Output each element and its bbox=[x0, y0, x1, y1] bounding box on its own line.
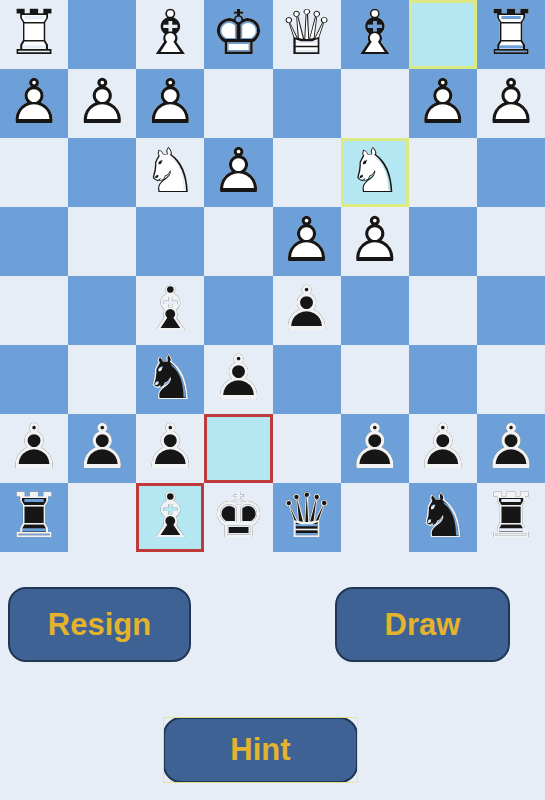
square-a8[interactable]: ♜♖ bbox=[477, 483, 545, 552]
square-c5[interactable] bbox=[341, 276, 409, 345]
square-f1[interactable]: ♝♗ bbox=[136, 0, 204, 69]
black-pawn-piece: ♟♙ bbox=[68, 414, 136, 483]
white-rook-piece: ♜♖ bbox=[477, 0, 545, 69]
square-h1[interactable]: ♜♖ bbox=[0, 0, 68, 69]
black-knight-piece: ♞♘ bbox=[409, 483, 477, 552]
square-d5[interactable]: ♟♙ bbox=[273, 276, 341, 345]
white-knight-piece: ♞♘ bbox=[136, 138, 204, 207]
square-g1[interactable] bbox=[68, 0, 136, 69]
white-pawn-piece: ♟♙ bbox=[68, 69, 136, 138]
square-f5[interactable]: ♝♗ bbox=[136, 276, 204, 345]
black-pawn-piece: ♟♙ bbox=[409, 414, 477, 483]
white-pawn-piece: ♟♙ bbox=[136, 69, 204, 138]
square-c7[interactable]: ♟♙ bbox=[341, 414, 409, 483]
square-f2[interactable]: ♟♙ bbox=[136, 69, 204, 138]
square-h2[interactable]: ♟♙ bbox=[0, 69, 68, 138]
black-knight-piece: ♞♘ bbox=[136, 345, 204, 414]
black-pawn-piece: ♟♙ bbox=[136, 414, 204, 483]
square-d4[interactable]: ♟♙ bbox=[273, 207, 341, 276]
square-c6[interactable] bbox=[341, 345, 409, 414]
white-king-piece: ♚♔ bbox=[204, 0, 272, 69]
square-f8[interactable]: ♝♗ bbox=[136, 483, 204, 552]
square-b8[interactable]: ♞♘ bbox=[409, 483, 477, 552]
square-c1[interactable]: ♝♗ bbox=[341, 0, 409, 69]
square-f6[interactable]: ♞♘ bbox=[136, 345, 204, 414]
square-b7[interactable]: ♟♙ bbox=[409, 414, 477, 483]
square-h4[interactable] bbox=[0, 207, 68, 276]
square-a6[interactable] bbox=[477, 345, 545, 414]
square-g5[interactable] bbox=[68, 276, 136, 345]
square-g2[interactable]: ♟♙ bbox=[68, 69, 136, 138]
square-a1[interactable]: ♜♖ bbox=[477, 0, 545, 69]
white-pawn-piece: ♟♙ bbox=[0, 69, 68, 138]
white-pawn-piece: ♟♙ bbox=[409, 69, 477, 138]
square-h5[interactable] bbox=[0, 276, 68, 345]
resign-button[interactable]: Resign bbox=[8, 587, 191, 662]
square-c2[interactable] bbox=[341, 69, 409, 138]
square-g6[interactable] bbox=[68, 345, 136, 414]
square-d6[interactable] bbox=[273, 345, 341, 414]
hint-button[interactable]: Hint bbox=[163, 717, 358, 783]
white-bishop-piece: ♝♗ bbox=[136, 0, 204, 69]
black-pawn-piece: ♟♙ bbox=[477, 414, 545, 483]
square-f7[interactable]: ♟♙ bbox=[136, 414, 204, 483]
square-d1[interactable]: ♛♕ bbox=[273, 0, 341, 69]
square-g8[interactable] bbox=[68, 483, 136, 552]
black-rook-piece: ♜♖ bbox=[477, 483, 545, 552]
square-g7[interactable]: ♟♙ bbox=[68, 414, 136, 483]
square-e8[interactable]: ♚♔ bbox=[204, 483, 272, 552]
square-g4[interactable] bbox=[68, 207, 136, 276]
square-e5[interactable] bbox=[204, 276, 272, 345]
square-d3[interactable] bbox=[273, 138, 341, 207]
square-e7[interactable] bbox=[204, 414, 272, 483]
white-bishop-piece: ♝♗ bbox=[341, 0, 409, 69]
black-pawn-piece: ♟♙ bbox=[0, 414, 68, 483]
black-bishop-piece: ♝♗ bbox=[136, 276, 204, 345]
white-pawn-piece: ♟♙ bbox=[341, 207, 409, 276]
square-a4[interactable] bbox=[477, 207, 545, 276]
black-pawn-piece: ♟♙ bbox=[204, 345, 272, 414]
black-pawn-piece: ♟♙ bbox=[273, 276, 341, 345]
square-e6[interactable]: ♟♙ bbox=[204, 345, 272, 414]
square-e2[interactable] bbox=[204, 69, 272, 138]
black-bishop-piece: ♝♗ bbox=[136, 483, 204, 552]
square-h6[interactable] bbox=[0, 345, 68, 414]
black-king-piece: ♚♔ bbox=[204, 483, 272, 552]
square-a7[interactable]: ♟♙ bbox=[477, 414, 545, 483]
square-b2[interactable]: ♟♙ bbox=[409, 69, 477, 138]
square-b4[interactable] bbox=[409, 207, 477, 276]
square-f3[interactable]: ♞♘ bbox=[136, 138, 204, 207]
white-pawn-piece: ♟♙ bbox=[477, 69, 545, 138]
square-d2[interactable] bbox=[273, 69, 341, 138]
white-knight-piece: ♞♘ bbox=[341, 138, 409, 207]
square-h8[interactable]: ♜♖ bbox=[0, 483, 68, 552]
square-e4[interactable] bbox=[204, 207, 272, 276]
square-a2[interactable]: ♟♙ bbox=[477, 69, 545, 138]
square-b5[interactable] bbox=[409, 276, 477, 345]
chess-board: ♜♖♝♗♚♔♛♕♝♗♜♖♟♙♟♙♟♙♟♙♟♙♞♘♟♙♞♘♟♙♟♙♝♗♟♙♞♘♟♙… bbox=[0, 0, 545, 552]
white-pawn-piece: ♟♙ bbox=[204, 138, 272, 207]
square-d7[interactable] bbox=[273, 414, 341, 483]
square-b6[interactable] bbox=[409, 345, 477, 414]
square-c8[interactable] bbox=[341, 483, 409, 552]
draw-button[interactable]: Draw bbox=[335, 587, 510, 662]
square-d8[interactable]: ♛♕ bbox=[273, 483, 341, 552]
black-queen-piece: ♛♕ bbox=[273, 483, 341, 552]
square-b1[interactable] bbox=[409, 0, 477, 69]
white-queen-piece: ♛♕ bbox=[273, 0, 341, 69]
white-pawn-piece: ♟♙ bbox=[273, 207, 341, 276]
square-e3[interactable]: ♟♙ bbox=[204, 138, 272, 207]
square-c4[interactable]: ♟♙ bbox=[341, 207, 409, 276]
square-a5[interactable] bbox=[477, 276, 545, 345]
black-rook-piece: ♜♖ bbox=[0, 483, 68, 552]
square-e1[interactable]: ♚♔ bbox=[204, 0, 272, 69]
square-h3[interactable] bbox=[0, 138, 68, 207]
square-g3[interactable] bbox=[68, 138, 136, 207]
black-pawn-piece: ♟♙ bbox=[341, 414, 409, 483]
white-rook-piece: ♜♖ bbox=[0, 0, 68, 69]
square-b3[interactable] bbox=[409, 138, 477, 207]
square-c3[interactable]: ♞♘ bbox=[341, 138, 409, 207]
square-a3[interactable] bbox=[477, 138, 545, 207]
square-h7[interactable]: ♟♙ bbox=[0, 414, 68, 483]
square-f4[interactable] bbox=[136, 207, 204, 276]
